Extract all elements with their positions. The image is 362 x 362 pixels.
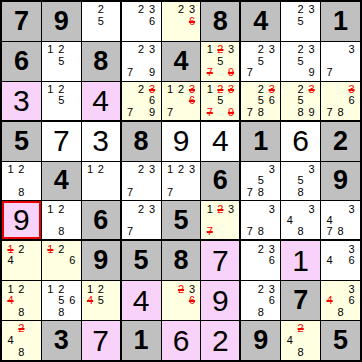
- pencil-mark: 2: [95, 283, 106, 295]
- pencil-grid: 236: [122, 2, 161, 41]
- empty-mark-slot: [165, 175, 176, 187]
- cell-r9c2[interactable]: 3: [42, 321, 81, 360]
- pencil-mark: 7: [125, 106, 136, 117]
- pencil-grid: 378: [241, 201, 280, 239]
- empty-mark-slot: [45, 95, 56, 106]
- pencil-mark: 3: [186, 4, 197, 16]
- pencil-mark: 2: [295, 44, 306, 56]
- cell-r9c4[interactable]: 1: [122, 321, 161, 360]
- pencil-mark: 9: [306, 67, 317, 79]
- cell-r8c4[interactable]: 4: [122, 281, 161, 320]
- pencil-mark: 8: [295, 226, 306, 237]
- empty-mark-slot: [85, 306, 96, 318]
- cell-r4c1[interactable]: 5: [2, 122, 41, 161]
- cell-r7c8[interactable]: 1: [281, 241, 320, 280]
- empty-mark-slot: [266, 187, 277, 199]
- cell-r7c2[interactable]: 126: [42, 241, 81, 280]
- empty-mark-slot: [176, 306, 187, 318]
- pencil-mark: 2: [176, 4, 187, 16]
- cell-r8c7[interactable]: 2368: [241, 281, 280, 320]
- pencil-mark: 3: [306, 203, 317, 214]
- empty-mark-slot: [147, 27, 158, 39]
- empty-mark-slot: [335, 267, 346, 279]
- given-digit: 7: [2, 2, 41, 41]
- eliminated-pencil-mark: 3: [306, 84, 317, 95]
- empty-mark-slot: [335, 95, 346, 106]
- given-digit: 9: [82, 241, 120, 280]
- empty-mark-slot: [295, 67, 306, 79]
- cell-r5c3[interactable]: 12: [82, 162, 121, 201]
- cell-r4c3[interactable]: 3: [82, 122, 121, 161]
- empty-mark-slot: [176, 16, 187, 28]
- empty-mark-slot: [295, 27, 306, 39]
- pencil-grid: 236: [162, 281, 201, 320]
- pencil-mark: 4: [284, 215, 295, 226]
- eliminated-pencil-mark: 3: [226, 84, 237, 95]
- pencil-mark: 3: [266, 243, 277, 255]
- cell-r5c8[interactable]: 358: [281, 162, 320, 201]
- empty-mark-slot: [306, 323, 317, 335]
- empty-mark-slot: [204, 95, 215, 106]
- cell-r1c1[interactable]: 7: [2, 2, 41, 41]
- pencil-grid: 25: [82, 2, 120, 41]
- pencil-grid: 3678: [321, 82, 360, 120]
- cell-r9c5[interactable]: 6: [162, 321, 201, 360]
- solved-digit: 7: [201, 241, 239, 280]
- pencil-mark: 2: [176, 84, 187, 95]
- cell-r4c8[interactable]: 6: [281, 122, 320, 161]
- pencil-grid: 236: [241, 241, 280, 280]
- cell-r6c5[interactable]: 5: [162, 201, 201, 240]
- given-digit: 5: [321, 321, 360, 360]
- empty-mark-slot: [136, 16, 147, 28]
- given-digit: 6: [201, 162, 239, 201]
- cell-r8c2[interactable]: 12568: [42, 281, 81, 320]
- empty-mark-slot: [176, 95, 187, 106]
- pencil-mark: 1: [204, 44, 215, 56]
- empty-mark-slot: [16, 175, 27, 187]
- pencil-grid: 12568: [42, 281, 81, 320]
- cell-r2c2[interactable]: 125: [42, 42, 81, 81]
- empty-mark-slot: [5, 306, 16, 318]
- cell-r1c3[interactable]: 25: [82, 2, 121, 41]
- given-digit: 8: [122, 122, 161, 161]
- cell-r8c5[interactable]: 236: [162, 281, 201, 320]
- pencil-mark: 5: [295, 175, 306, 187]
- cell-r1c9[interactable]: 1: [321, 2, 360, 41]
- empty-mark-slot: [176, 295, 187, 307]
- empty-mark-slot: [45, 255, 56, 267]
- pencil-mark: 6: [266, 95, 277, 106]
- cell-r3c5[interactable]: 12367: [162, 82, 201, 121]
- pencil-mark: 7: [324, 67, 335, 79]
- empty-mark-slot: [165, 295, 176, 307]
- cell-r3c1[interactable]: 3: [2, 82, 41, 121]
- empty-mark-slot: [186, 175, 197, 187]
- empty-mark-slot: [16, 335, 27, 347]
- empty-mark-slot: [56, 67, 67, 79]
- empty-mark-slot: [324, 84, 335, 95]
- empty-mark-slot: [244, 203, 255, 214]
- empty-mark-slot: [147, 226, 158, 237]
- empty-mark-slot: [324, 267, 335, 279]
- empty-mark-slot: [284, 187, 295, 199]
- empty-mark-slot: [95, 175, 106, 187]
- empty-mark-slot: [226, 56, 237, 68]
- given-digit: 7: [281, 281, 320, 320]
- empty-mark-slot: [106, 187, 117, 199]
- pencil-mark: 2: [136, 84, 147, 95]
- empty-mark-slot: [215, 226, 226, 237]
- pencil-grid: 125: [42, 82, 81, 120]
- cell-r7c6[interactable]: 7: [201, 241, 240, 280]
- cell-r6c8[interactable]: 348: [281, 201, 320, 240]
- pencil-mark: 4: [284, 335, 295, 347]
- pencil-mark: 1: [5, 283, 16, 295]
- empty-mark-slot: [176, 187, 187, 199]
- pencil-mark: 6: [346, 295, 357, 307]
- cell-r4c7[interactable]: 1: [241, 122, 280, 161]
- empty-mark-slot: [284, 4, 295, 16]
- empty-mark-slot: [16, 295, 27, 307]
- cell-r4c5[interactable]: 9: [162, 122, 201, 161]
- pencil-mark: 2: [136, 4, 147, 16]
- pencil-grid: 237: [122, 162, 161, 201]
- given-digit: 4: [162, 42, 201, 81]
- cell-r4c4[interactable]: 8: [122, 122, 161, 161]
- cell-r1c5[interactable]: 236: [162, 2, 201, 41]
- pencil-mark: 6: [346, 255, 357, 267]
- cell-r6c3[interactable]: 6: [82, 201, 121, 240]
- empty-mark-slot: [165, 95, 176, 106]
- cell-r9c9[interactable]: 5: [321, 321, 360, 360]
- pencil-mark: 5: [215, 56, 226, 68]
- pencil-mark: 3: [147, 203, 158, 214]
- empty-mark-slot: [306, 95, 317, 106]
- cell-r4c9[interactable]: 2: [321, 122, 360, 161]
- empty-mark-slot: [56, 267, 67, 279]
- cell-r2c5[interactable]: 4: [162, 42, 201, 81]
- empty-mark-slot: [186, 306, 197, 318]
- cell-r1c6[interactable]: 8: [201, 2, 240, 41]
- cell-r3c9[interactable]: 3678: [321, 82, 360, 121]
- eliminated-pencil-mark: 4: [5, 295, 16, 307]
- empty-mark-slot: [284, 16, 295, 28]
- empty-mark-slot: [244, 306, 255, 318]
- pencil-mark: 5: [255, 175, 266, 187]
- empty-mark-slot: [27, 187, 38, 199]
- pencil-mark: 1: [204, 203, 215, 214]
- empty-mark-slot: [284, 346, 295, 358]
- cell-r2c3[interactable]: 8: [82, 42, 121, 81]
- empty-mark-slot: [136, 27, 147, 39]
- cell-r8c8[interactable]: 7: [281, 281, 320, 320]
- pencil-mark: 3: [266, 283, 277, 295]
- cell-r8c1[interactable]: 1248: [2, 281, 41, 320]
- cell-r9c8[interactable]: 248: [281, 321, 320, 360]
- pencil-mark: 2: [56, 283, 67, 295]
- empty-mark-slot: [27, 306, 38, 318]
- empty-mark-slot: [176, 27, 187, 39]
- empty-mark-slot: [45, 306, 56, 318]
- eliminated-pencil-mark: 7: [204, 67, 215, 79]
- empty-mark-slot: [106, 283, 117, 295]
- cell-r5c4[interactable]: 237: [122, 162, 161, 201]
- pencil-mark: 7: [165, 106, 176, 117]
- empty-mark-slot: [125, 175, 136, 187]
- cell-r1c8[interactable]: 235: [281, 2, 320, 41]
- pencil-grid: 2359: [281, 42, 320, 81]
- pencil-mark: 6: [147, 95, 158, 106]
- solved-digit: 1: [281, 241, 320, 280]
- empty-mark-slot: [176, 175, 187, 187]
- empty-mark-slot: [136, 56, 147, 68]
- cell-r8c9[interactable]: 3468: [321, 281, 360, 320]
- cell-r3c7[interactable]: 235678: [241, 82, 280, 121]
- empty-mark-slot: [244, 56, 255, 68]
- empty-mark-slot: [324, 243, 335, 255]
- cell-r3c8[interactable]: 23589: [281, 82, 320, 121]
- empty-mark-slot: [147, 187, 158, 199]
- pencil-mark: 5: [255, 56, 266, 68]
- given-digit: 8: [201, 2, 239, 41]
- empty-mark-slot: [67, 106, 78, 117]
- pencil-mark: 2: [16, 243, 27, 255]
- empty-mark-slot: [284, 323, 295, 335]
- cell-r4c6[interactable]: 4: [201, 122, 240, 161]
- pencil-mark: 4: [324, 255, 335, 267]
- pencil-mark: 2: [16, 283, 27, 295]
- pencil-mark: 6: [266, 255, 277, 267]
- pencil-mark: 3: [266, 203, 277, 214]
- pencil-mark: 7: [244, 106, 255, 117]
- cell-r6c2[interactable]: 128: [42, 201, 81, 240]
- empty-mark-slot: [67, 84, 78, 95]
- empty-mark-slot: [5, 267, 16, 279]
- pencil-mark: 8: [56, 306, 67, 318]
- empty-mark-slot: [284, 106, 295, 117]
- cell-r6c7[interactable]: 378: [241, 201, 280, 240]
- pencil-grid: 1245: [82, 281, 120, 320]
- empty-mark-slot: [45, 56, 56, 68]
- empty-mark-slot: [244, 267, 255, 279]
- empty-mark-slot: [27, 175, 38, 187]
- eliminated-pencil-mark: 2: [295, 323, 306, 335]
- cell-r5c9[interactable]: 9: [321, 162, 360, 201]
- cell-r6c6[interactable]: 1237: [201, 201, 240, 240]
- cell-r6c9[interactable]: 3478: [321, 201, 360, 240]
- empty-mark-slot: [324, 306, 335, 318]
- pencil-mark: 2: [136, 164, 147, 176]
- pencil-mark: 2: [95, 164, 106, 176]
- empty-mark-slot: [125, 203, 136, 214]
- pencil-mark: 5: [255, 95, 266, 106]
- cell-r3c4[interactable]: 23679: [122, 82, 161, 121]
- pencil-mark: 1: [45, 203, 56, 214]
- empty-mark-slot: [346, 215, 357, 226]
- cell-r1c2[interactable]: 9: [42, 2, 81, 41]
- empty-mark-slot: [95, 306, 106, 318]
- pencil-mark: 1: [204, 84, 215, 95]
- empty-mark-slot: [284, 44, 295, 56]
- cell-r5c6[interactable]: 6: [201, 162, 240, 201]
- pencil-mark: 7: [125, 67, 136, 79]
- empty-mark-slot: [27, 164, 38, 176]
- empty-mark-slot: [125, 95, 136, 106]
- pencil-mark: 5: [56, 95, 67, 106]
- empty-mark-slot: [346, 67, 357, 79]
- empty-mark-slot: [85, 175, 96, 187]
- cell-r7c3[interactable]: 9: [82, 241, 121, 280]
- cell-r2c7[interactable]: 2357: [241, 42, 280, 81]
- cell-r6c1[interactable]: 9: [2, 201, 41, 240]
- eliminated-pencil-mark: 6: [186, 95, 197, 106]
- empty-mark-slot: [295, 335, 306, 347]
- empty-mark-slot: [266, 267, 277, 279]
- cell-r8c3[interactable]: 1245: [82, 281, 121, 320]
- empty-mark-slot: [85, 16, 96, 28]
- pencil-mark: 6: [67, 255, 78, 267]
- solved-digit: 6: [281, 122, 320, 161]
- eliminated-pencil-mark: 9: [226, 67, 237, 79]
- cell-r1c4[interactable]: 236: [122, 2, 161, 41]
- pencil-mark: 8: [335, 106, 346, 117]
- pencil-mark: 5: [56, 56, 67, 68]
- cell-r7c9[interactable]: 346: [321, 241, 360, 280]
- cell-r6c4[interactable]: 237: [122, 201, 161, 240]
- empty-mark-slot: [284, 27, 295, 39]
- cell-r1c7[interactable]: 4: [241, 2, 280, 41]
- empty-mark-slot: [125, 4, 136, 16]
- empty-mark-slot: [56, 255, 67, 267]
- pencil-mark: 8: [295, 106, 306, 117]
- cell-r5c5[interactable]: 1237: [162, 162, 201, 201]
- pencil-mark: 6: [266, 295, 277, 307]
- empty-mark-slot: [306, 27, 317, 39]
- pencil-mark: 2: [56, 203, 67, 214]
- pencil-grid: 358: [281, 162, 320, 201]
- pencil-mark: 1: [165, 84, 176, 95]
- pencil-mark: 8: [335, 226, 346, 237]
- given-digit: 3: [42, 321, 81, 360]
- empty-mark-slot: [165, 27, 176, 39]
- empty-mark-slot: [95, 187, 106, 199]
- pencil-mark: 4: [5, 255, 16, 267]
- cell-r7c7[interactable]: 236: [241, 241, 280, 280]
- empty-mark-slot: [136, 226, 147, 237]
- pencil-mark: 7: [244, 67, 255, 79]
- cell-r2c6[interactable]: 123579: [201, 42, 240, 81]
- empty-mark-slot: [215, 215, 226, 226]
- pencil-mark: 2: [255, 44, 266, 56]
- empty-mark-slot: [67, 67, 78, 79]
- empty-mark-slot: [67, 306, 78, 318]
- empty-mark-slot: [335, 44, 346, 56]
- pencil-mark: 6: [67, 295, 78, 307]
- cell-r5c7[interactable]: 3578: [241, 162, 280, 201]
- empty-mark-slot: [85, 4, 96, 16]
- empty-mark-slot: [67, 226, 78, 237]
- empty-mark-slot: [324, 44, 335, 56]
- empty-mark-slot: [27, 283, 38, 295]
- empty-mark-slot: [346, 56, 357, 68]
- empty-mark-slot: [244, 243, 255, 255]
- empty-mark-slot: [16, 267, 27, 279]
- cell-r9c3[interactable]: 7: [82, 321, 121, 360]
- empty-mark-slot: [5, 187, 16, 199]
- given-digit: 9: [42, 2, 81, 41]
- empty-mark-slot: [165, 4, 176, 16]
- empty-mark-slot: [27, 267, 38, 279]
- pencil-mark: 3: [226, 203, 237, 214]
- empty-mark-slot: [186, 27, 197, 39]
- cell-r7c1[interactable]: 124: [2, 241, 41, 280]
- pencil-grid: 235678: [241, 82, 280, 120]
- pencil-mark: 2: [136, 44, 147, 56]
- empty-mark-slot: [255, 295, 266, 307]
- cell-r2c8[interactable]: 2359: [281, 42, 320, 81]
- pencil-grid: 2379: [122, 42, 161, 81]
- empty-mark-slot: [136, 67, 147, 79]
- given-digit: 4: [42, 162, 81, 201]
- pencil-grid: 236: [162, 2, 201, 41]
- cell-r5c1[interactable]: 128: [2, 162, 41, 201]
- pencil-mark: 5: [295, 56, 306, 68]
- cell-r9c7[interactable]: 9: [241, 321, 280, 360]
- cell-r7c5[interactable]: 8: [162, 241, 201, 280]
- pencil-grid: 3478: [321, 201, 360, 239]
- eliminated-pencil-mark: 7: [204, 226, 215, 237]
- pencil-mark: 5: [95, 295, 106, 307]
- cell-r7c4[interactable]: 5: [122, 241, 161, 280]
- cell-r3c6[interactable]: 123579: [201, 82, 240, 121]
- empty-mark-slot: [306, 175, 317, 187]
- empty-mark-slot: [67, 243, 78, 255]
- cell-r2c4[interactable]: 2379: [122, 42, 161, 81]
- pencil-mark: 3: [226, 44, 237, 56]
- empty-mark-slot: [284, 56, 295, 68]
- cell-r3c3[interactable]: 4: [82, 82, 121, 121]
- pencil-grid: 123579: [201, 82, 239, 120]
- empty-mark-slot: [306, 16, 317, 28]
- pencil-grid: 248: [281, 321, 320, 360]
- pencil-grid: 126: [42, 241, 81, 280]
- given-digit: 5: [122, 241, 161, 280]
- cell-r2c1[interactable]: 6: [2, 42, 41, 81]
- empty-mark-slot: [147, 175, 158, 187]
- cell-r9c1[interactable]: 248: [2, 321, 41, 360]
- given-digit: 5: [162, 201, 201, 239]
- pencil-grid: 23589: [281, 82, 320, 120]
- cell-r3c2[interactable]: 125: [42, 82, 81, 121]
- cell-r5c2[interactable]: 4: [42, 162, 81, 201]
- cell-r9c6[interactable]: 2: [201, 321, 240, 360]
- pencil-mark: 2: [95, 4, 106, 16]
- pencil-mark: 1: [165, 164, 176, 176]
- empty-mark-slot: [226, 215, 237, 226]
- cell-r2c9[interactable]: 37: [321, 42, 360, 81]
- cell-r8c6[interactable]: 9: [201, 281, 240, 320]
- empty-mark-slot: [136, 106, 147, 117]
- pencil-mark: 8: [335, 306, 346, 318]
- empty-mark-slot: [5, 175, 16, 187]
- empty-mark-slot: [106, 306, 117, 318]
- cell-r4c2[interactable]: 7: [42, 122, 81, 161]
- pencil-mark: 6: [346, 95, 357, 106]
- solved-digit: 7: [42, 122, 81, 161]
- empty-mark-slot: [67, 267, 78, 279]
- empty-mark-slot: [136, 215, 147, 226]
